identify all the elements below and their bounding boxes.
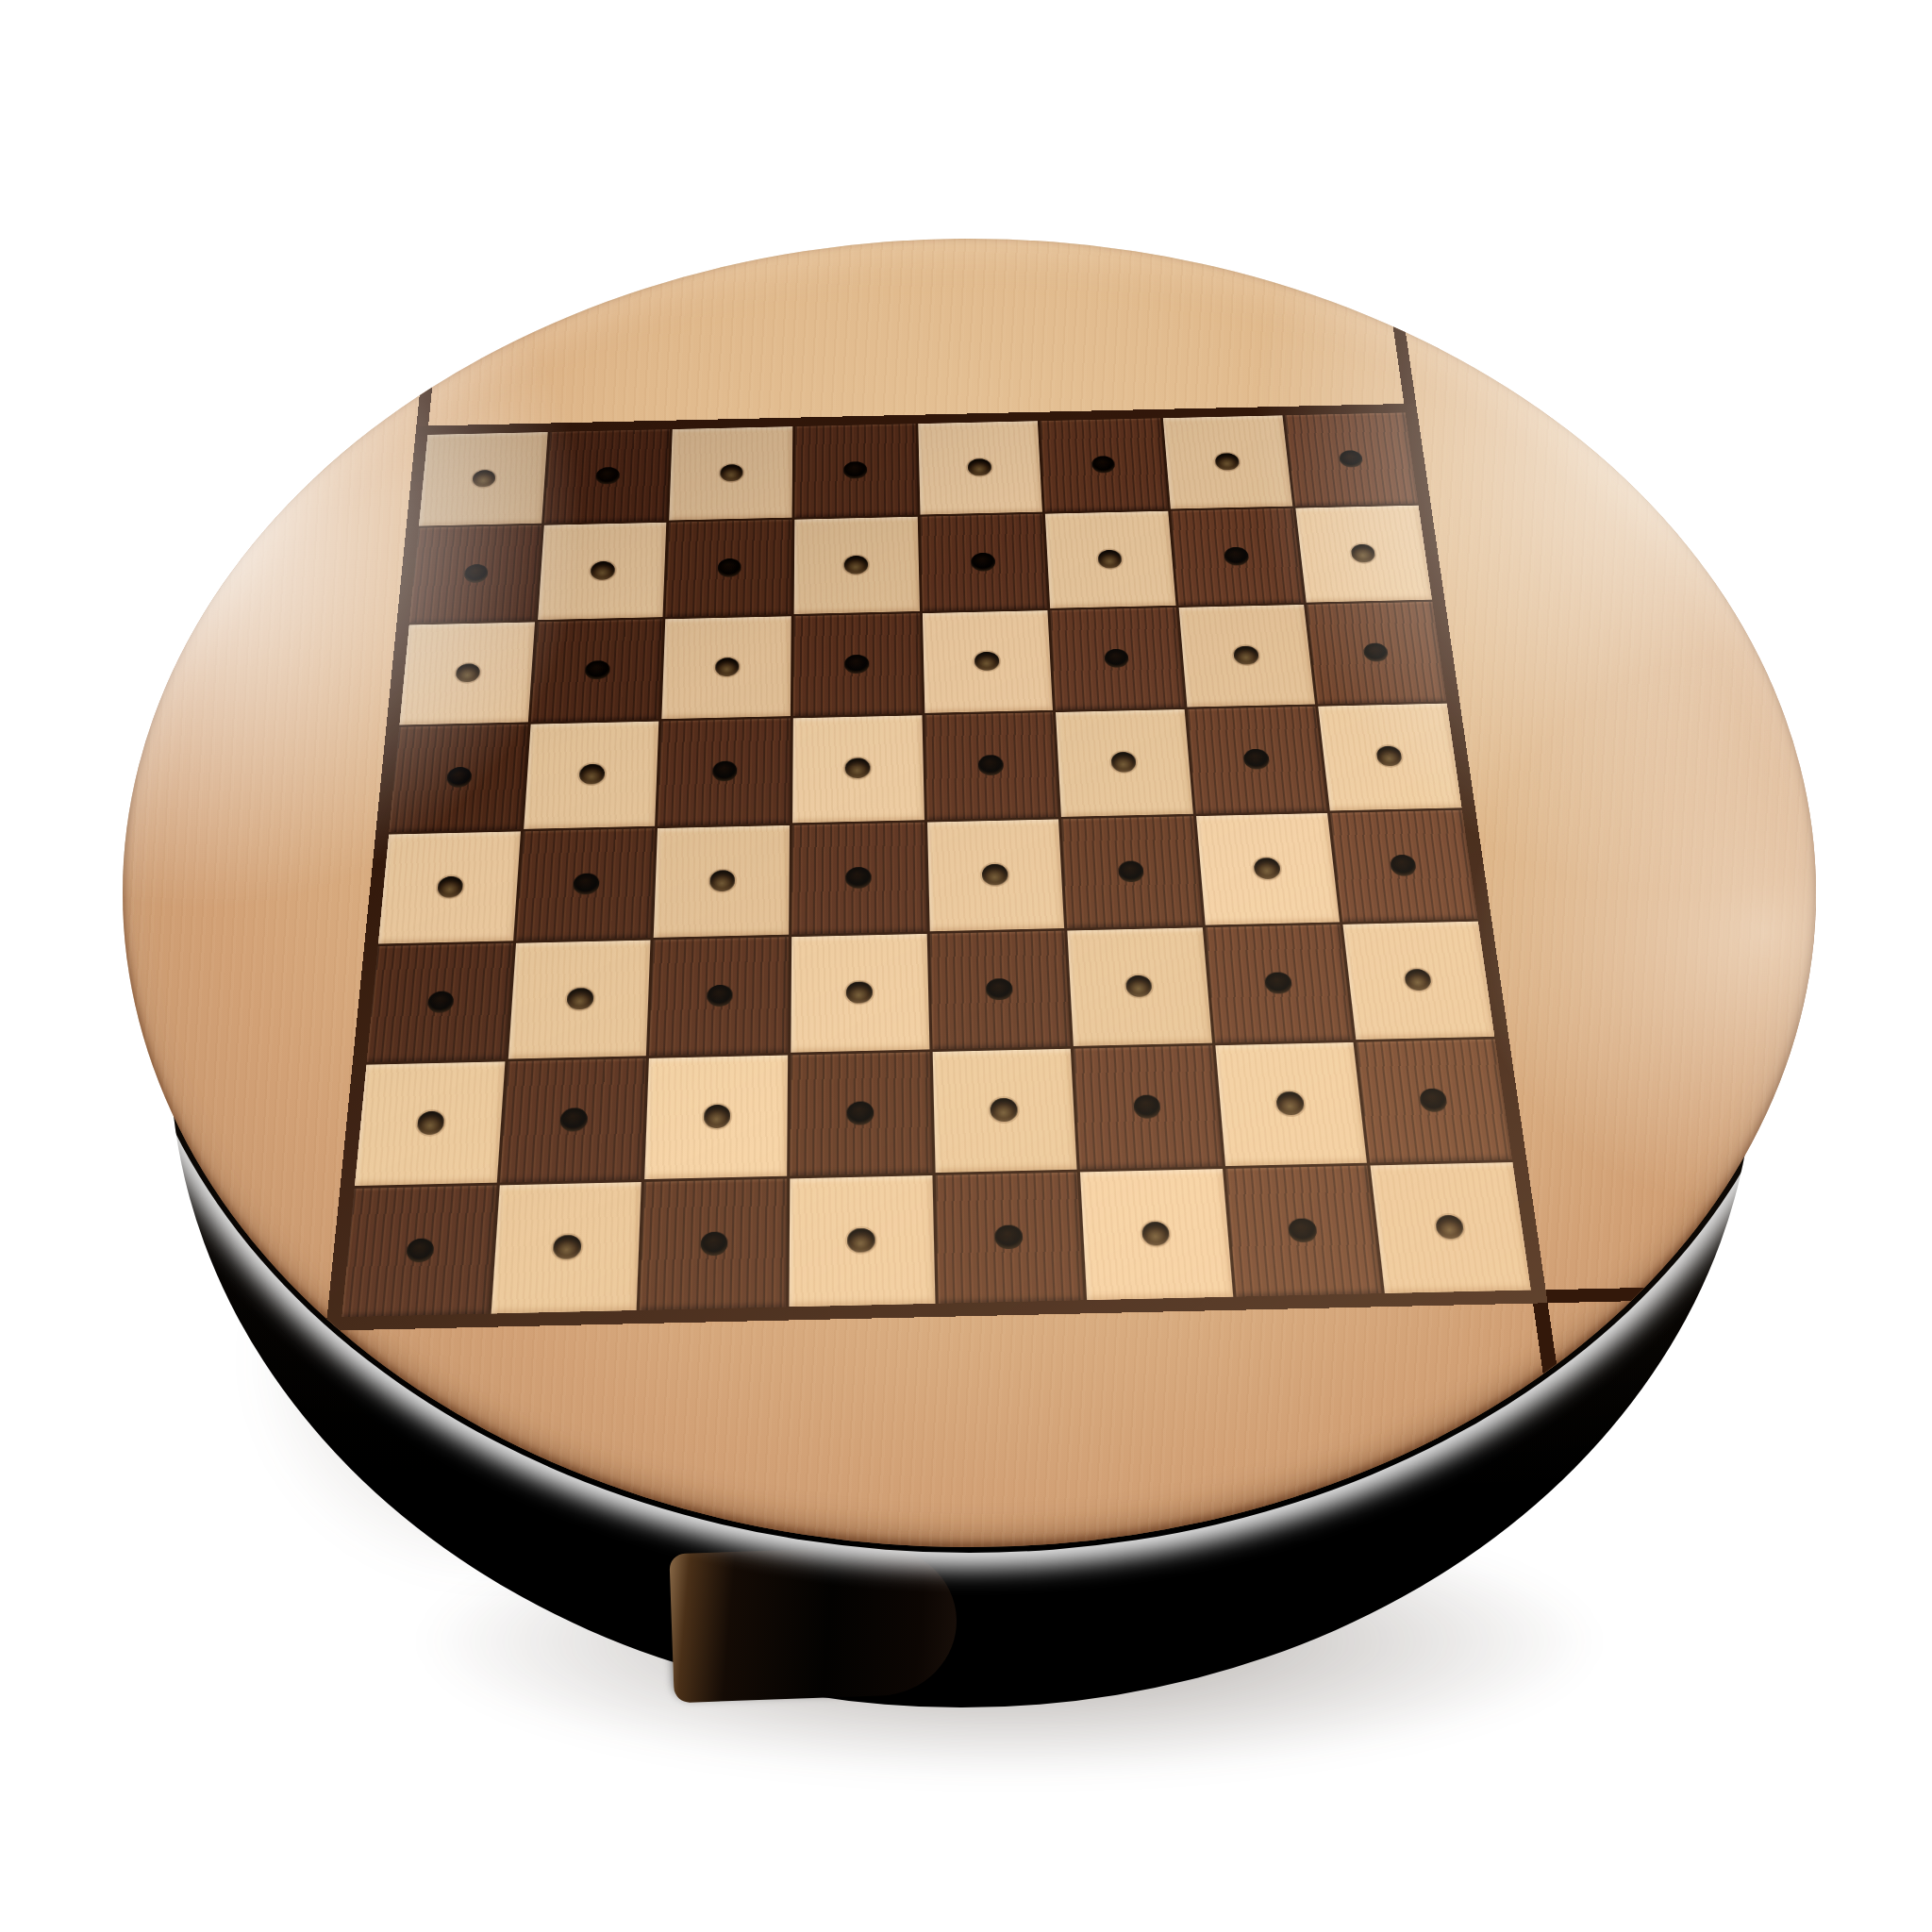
peg-hole	[559, 1108, 588, 1131]
peg-hole	[968, 458, 991, 476]
peg-hole	[1288, 1218, 1318, 1242]
peg-hole	[567, 988, 594, 1010]
peg-hole	[1275, 1091, 1305, 1115]
board-square[interactable]	[654, 824, 790, 938]
peg-hole	[1215, 453, 1240, 471]
peg-hole	[994, 1224, 1023, 1249]
peg-hole	[1125, 974, 1153, 997]
board-square[interactable]	[644, 1055, 788, 1179]
peg-hole	[1363, 642, 1390, 662]
board-square[interactable]	[669, 426, 792, 520]
peg-hole	[1233, 645, 1259, 665]
peg-hole	[700, 1231, 728, 1256]
board-square[interactable]	[1187, 707, 1327, 814]
board-square[interactable]	[1171, 508, 1304, 605]
peg-hole	[845, 655, 870, 675]
peg-hole	[844, 461, 868, 479]
peg-hole	[1141, 1222, 1171, 1246]
peg-hole	[974, 652, 999, 672]
board-square[interactable]	[1080, 1169, 1233, 1300]
board-square[interactable]	[922, 610, 1053, 713]
peg-hole	[1110, 752, 1137, 773]
peg-hole	[406, 1238, 435, 1262]
peg-hole	[990, 1098, 1017, 1122]
board-square[interactable]	[1330, 809, 1477, 922]
board-square[interactable]	[666, 519, 792, 617]
board-square[interactable]	[640, 1179, 787, 1310]
board-square[interactable]	[658, 718, 790, 825]
board-square[interactable]	[341, 1186, 496, 1317]
board-square[interactable]	[789, 1175, 935, 1307]
peg-hole	[455, 663, 480, 683]
peg-hole	[1435, 1215, 1465, 1240]
board-square[interactable]	[791, 822, 926, 934]
board-square[interactable]	[929, 931, 1071, 1049]
board-square[interactable]	[793, 516, 919, 614]
peg-hole	[446, 767, 473, 788]
board-square[interactable]	[500, 1058, 646, 1183]
board-square[interactable]	[1041, 418, 1168, 511]
board-square[interactable]	[920, 513, 1047, 611]
peg-hole	[715, 658, 740, 677]
board-square[interactable]	[419, 432, 548, 525]
board-square[interactable]	[932, 1048, 1077, 1173]
board-square[interactable]	[1050, 608, 1184, 709]
peg-hole	[1254, 858, 1281, 879]
board-square[interactable]	[409, 525, 541, 624]
peg-hole	[718, 558, 741, 577]
peg-hole	[1390, 855, 1418, 876]
peg-hole	[426, 991, 454, 1013]
board-square[interactable]	[924, 712, 1058, 820]
board-square[interactable]	[1067, 927, 1211, 1045]
board-square[interactable]	[355, 1061, 505, 1186]
peg-hole	[591, 561, 615, 580]
peg-hole	[1375, 746, 1403, 767]
board-square[interactable]	[516, 828, 655, 941]
board-square[interactable]	[1357, 1039, 1512, 1163]
board-square[interactable]	[1163, 415, 1293, 508]
board-square[interactable]	[649, 937, 789, 1056]
chessboard	[325, 404, 1547, 1331]
peg-hole	[982, 864, 1008, 886]
board-square[interactable]	[1371, 1162, 1531, 1293]
finger-notch-opening	[669, 1544, 958, 1703]
peg-hole	[579, 764, 605, 785]
peg-hole	[595, 467, 619, 485]
peg-hole	[1264, 972, 1292, 994]
board-square[interactable]	[791, 934, 929, 1053]
peg-hole	[1404, 969, 1432, 991]
peg-hole	[1243, 749, 1270, 770]
board-square[interactable]	[927, 819, 1065, 931]
peg-hole	[437, 876, 464, 898]
peg-hole	[848, 1228, 875, 1253]
peg-hole	[845, 758, 870, 779]
peg-hole	[1224, 547, 1249, 566]
board-square[interactable]	[389, 724, 527, 832]
board-square[interactable]	[544, 429, 671, 523]
board-square[interactable]	[530, 620, 662, 723]
board-square[interactable]	[538, 523, 667, 621]
peg-hole	[573, 873, 599, 894]
peg-hole	[1419, 1089, 1448, 1112]
peg-hole	[472, 470, 496, 488]
board-square[interactable]	[1056, 709, 1192, 817]
peg-hole	[463, 564, 489, 583]
disc-top-face	[123, 239, 1816, 1547]
peg-hole	[1339, 450, 1364, 468]
board-square[interactable]	[1286, 412, 1419, 506]
product-photo-page: { "game": { "name": "Chess", "format": "…	[0, 0, 1932, 1932]
peg-hole	[720, 464, 743, 482]
board-square[interactable]	[524, 721, 659, 828]
peg-hole	[1118, 860, 1144, 882]
board-square[interactable]	[1319, 704, 1462, 811]
peg-hole	[978, 755, 1004, 775]
board-square[interactable]	[378, 831, 521, 944]
board-square[interactable]	[1206, 924, 1354, 1042]
peg-hole	[585, 660, 610, 680]
board-square[interactable]	[662, 616, 791, 719]
board-square[interactable]	[491, 1182, 641, 1313]
peg-hole	[704, 1105, 731, 1128]
peg-hole	[847, 1102, 874, 1125]
peg-hole	[416, 1111, 444, 1135]
peg-hole	[1097, 550, 1122, 569]
board-square[interactable]	[935, 1173, 1084, 1304]
peg-hole	[1350, 544, 1375, 563]
board-square[interactable]	[1343, 922, 1495, 1040]
board-square[interactable]	[1225, 1166, 1382, 1297]
board-square[interactable]	[918, 421, 1042, 514]
peg-hole	[846, 867, 872, 889]
peg-hole	[707, 984, 733, 1007]
board-square[interactable]	[1196, 813, 1341, 925]
peg-hole	[986, 978, 1012, 1001]
board-square[interactable]	[1178, 605, 1315, 707]
peg-hole	[709, 870, 735, 891]
peg-hole	[971, 553, 995, 572]
peg-hole	[712, 761, 738, 782]
peg-hole	[1104, 649, 1129, 669]
board-square[interactable]	[1045, 510, 1175, 608]
board-square[interactable]	[794, 424, 917, 517]
board-square[interactable]	[508, 941, 650, 1059]
board-square[interactable]	[1074, 1045, 1222, 1170]
peg-hole	[1133, 1095, 1161, 1119]
board-square[interactable]	[367, 943, 513, 1062]
peg-hole	[846, 981, 873, 1004]
peg-hole	[844, 556, 868, 575]
board-square[interactable]	[792, 715, 924, 823]
board-square[interactable]	[790, 1052, 932, 1176]
board-square[interactable]	[1296, 505, 1432, 602]
board-square[interactable]	[1215, 1042, 1367, 1167]
peg-hole	[1091, 456, 1116, 474]
board-square[interactable]	[1061, 816, 1202, 928]
board-square[interactable]	[1307, 602, 1446, 704]
peg-hole	[553, 1235, 581, 1259]
board-square[interactable]	[793, 613, 922, 716]
board-square[interactable]	[399, 623, 534, 725]
